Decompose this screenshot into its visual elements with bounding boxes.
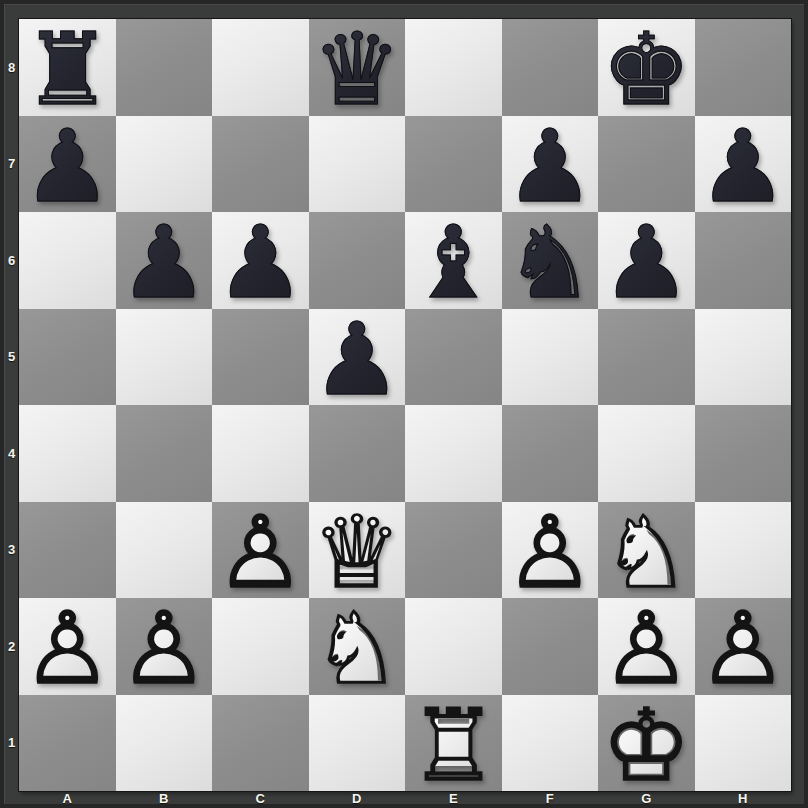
square-h2[interactable]: ♟♙ [695,598,792,695]
black-knight-icon: ♞ [502,215,599,312]
square-d6[interactable] [309,212,406,309]
file-label-e: E [405,791,502,805]
square-f3[interactable]: ♟♙ [502,502,599,599]
square-c8[interactable] [212,19,309,116]
black-queen-icon: ♛ [309,22,406,119]
square-b4[interactable] [116,405,213,502]
square-b3[interactable] [116,502,213,599]
square-h3[interactable] [695,502,792,599]
square-g3[interactable]: ♞♘ [598,502,695,599]
square-f8[interactable] [502,19,599,116]
square-a6[interactable] [19,212,116,309]
piece-black-pawn[interactable]: ♟ [116,212,213,309]
square-f6[interactable]: ♞ [502,212,599,309]
white-pawn-outline-icon: ♙ [695,601,792,698]
file-label-a: A [19,791,116,805]
white-knight-outline-icon: ♘ [309,601,406,698]
file-label-b: B [116,791,213,805]
piece-white-pawn[interactable]: ♟♙ [598,598,695,695]
square-b8[interactable] [116,19,213,116]
square-a1[interactable] [19,695,116,792]
rank-label-4: 4 [4,405,19,502]
piece-black-bishop[interactable]: ♝ [405,212,502,309]
square-c7[interactable] [212,116,309,213]
square-h5[interactable] [695,309,792,406]
square-g2[interactable]: ♟♙ [598,598,695,695]
piece-white-knight[interactable]: ♞♘ [598,502,695,599]
piece-white-king[interactable]: ♚♔ [598,695,695,792]
white-rook-outline-icon: ♖ [405,698,502,795]
black-king-icon: ♚ [598,22,695,119]
rank-label-7: 7 [4,116,19,213]
square-g4[interactable] [598,405,695,502]
rank-label-8: 8 [4,19,19,116]
white-pawn-outline-icon: ♙ [19,601,116,698]
piece-white-pawn[interactable]: ♟♙ [502,502,599,599]
square-b5[interactable] [116,309,213,406]
square-f1[interactable] [502,695,599,792]
square-e5[interactable] [405,309,502,406]
square-c4[interactable] [212,405,309,502]
square-d2[interactable]: ♞♘ [309,598,406,695]
rank-label-3: 3 [4,502,19,599]
file-label-h: H [695,791,792,805]
square-f4[interactable] [502,405,599,502]
rank-label-5: 5 [4,309,19,406]
piece-white-knight[interactable]: ♞♘ [309,598,406,695]
square-a3[interactable] [19,502,116,599]
square-d5[interactable]: ♟ [309,309,406,406]
piece-white-pawn[interactable]: ♟♙ [116,598,213,695]
square-d1[interactable] [309,695,406,792]
rank-label-1: 1 [4,695,19,792]
square-b1[interactable] [116,695,213,792]
white-pawn-outline-icon: ♙ [598,601,695,698]
piece-black-rook[interactable]: ♜ [19,19,116,116]
square-e8[interactable] [405,19,502,116]
piece-black-king[interactable]: ♚ [598,19,695,116]
piece-white-rook[interactable]: ♜♖ [405,695,502,792]
piece-black-queen[interactable]: ♛ [309,19,406,116]
square-h8[interactable] [695,19,792,116]
square-c1[interactable] [212,695,309,792]
black-rook-icon: ♜ [19,22,116,119]
file-label-f: F [502,791,599,805]
piece-white-queen[interactable]: ♛♕ [309,502,406,599]
white-pawn-outline-icon: ♙ [116,601,213,698]
square-g5[interactable] [598,309,695,406]
square-h1[interactable] [695,695,792,792]
square-e4[interactable] [405,405,502,502]
square-f5[interactable] [502,309,599,406]
square-c3[interactable]: ♟♙ [212,502,309,599]
piece-black-pawn[interactable]: ♟ [695,116,792,213]
white-knight-outline-icon: ♘ [598,505,695,602]
piece-black-knight[interactable]: ♞ [502,212,599,309]
square-d3[interactable]: ♛♕ [309,502,406,599]
square-g1[interactable]: ♚♔ [598,695,695,792]
white-pawn-outline-icon: ♙ [212,505,309,602]
square-h7[interactable]: ♟ [695,116,792,213]
file-label-g: G [598,791,695,805]
square-b6[interactable]: ♟ [116,212,213,309]
piece-white-pawn[interactable]: ♟♙ [19,598,116,695]
square-f2[interactable] [502,598,599,695]
piece-black-pawn[interactable]: ♟ [309,309,406,406]
square-h4[interactable] [695,405,792,502]
black-pawn-icon: ♟ [19,119,116,216]
white-queen-outline-icon: ♕ [309,505,406,602]
chess-board-frame: 87654321 ♜♛♚♟♟♟♟♟♝♞♟♟♟♙♛♕♟♙♞♘♟♙♟♙♞♘♟♙♟♙♜… [0,0,808,808]
square-f7[interactable]: ♟ [502,116,599,213]
piece-black-pawn[interactable]: ♟ [19,116,116,213]
file-label-d: D [309,791,406,805]
piece-black-pawn[interactable]: ♟ [212,212,309,309]
square-a4[interactable] [19,405,116,502]
square-a8[interactable]: ♜ [19,19,116,116]
square-c6[interactable]: ♟ [212,212,309,309]
square-b2[interactable]: ♟♙ [116,598,213,695]
square-d8[interactable]: ♛ [309,19,406,116]
square-b7[interactable] [116,116,213,213]
file-label-c: C [212,791,309,805]
white-pawn-outline-icon: ♙ [502,505,599,602]
square-e2[interactable] [405,598,502,695]
chess-board: ♜♛♚♟♟♟♟♟♝♞♟♟♟♙♛♕♟♙♞♘♟♙♟♙♞♘♟♙♟♙♜♖♚♔ [19,19,791,791]
white-king-outline-icon: ♔ [598,698,695,795]
square-g8[interactable]: ♚ [598,19,695,116]
rank-label-2: 2 [4,598,19,695]
black-pawn-icon: ♟ [598,215,695,312]
piece-black-pawn[interactable]: ♟ [598,212,695,309]
black-pawn-icon: ♟ [695,119,792,216]
square-a2[interactable]: ♟♙ [19,598,116,695]
square-c2[interactable] [212,598,309,695]
square-e3[interactable] [405,502,502,599]
square-a7[interactable]: ♟ [19,116,116,213]
file-labels: ABCDEFGH [19,791,791,805]
black-pawn-icon: ♟ [309,312,406,409]
square-g7[interactable] [598,116,695,213]
square-e1[interactable]: ♜♖ [405,695,502,792]
black-pawn-icon: ♟ [116,215,213,312]
square-g6[interactable]: ♟ [598,212,695,309]
piece-black-pawn[interactable]: ♟ [502,116,599,213]
rank-label-6: 6 [4,212,19,309]
rank-labels: 87654321 [4,19,19,791]
square-h6[interactable] [695,212,792,309]
piece-white-pawn[interactable]: ♟♙ [695,598,792,695]
square-e7[interactable] [405,116,502,213]
piece-white-pawn[interactable]: ♟♙ [212,502,309,599]
black-bishop-icon: ♝ [405,215,502,312]
square-a5[interactable] [19,309,116,406]
square-d4[interactable] [309,405,406,502]
black-pawn-icon: ♟ [212,215,309,312]
black-pawn-icon: ♟ [502,119,599,216]
square-c5[interactable] [212,309,309,406]
square-d7[interactable] [309,116,406,213]
square-e6[interactable]: ♝ [405,212,502,309]
